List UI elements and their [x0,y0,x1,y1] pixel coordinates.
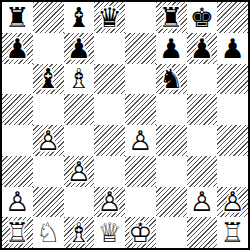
square-e5[interactable] [125,94,156,125]
square-d6[interactable] [94,64,125,95]
square-a8[interactable]: ♜♜ [2,2,33,33]
square-e7[interactable] [125,33,156,64]
square-f3[interactable] [156,156,187,187]
square-f4[interactable] [156,125,187,156]
square-b2[interactable] [33,187,64,218]
square-b5[interactable] [33,94,64,125]
square-d5[interactable] [94,94,125,125]
square-b8[interactable] [33,2,64,33]
square-a5[interactable] [2,94,33,125]
black-king[interactable]: ♚ [187,2,218,33]
square-g3[interactable] [187,156,218,187]
chess-board: ♜♜♝♝♛♛♜♜♚♚♟♟♟♟♟♟♟♟♟♟♝♝♝♗♞♞♟♙♟♙♟♙♟♙♟♙♟♙♟♙… [0,0,250,250]
square-h3[interactable] [217,156,248,187]
white-king[interactable]: ♔ [125,217,156,248]
square-c7[interactable]: ♟♟ [64,33,95,64]
square-h6[interactable] [217,64,248,95]
black-pawn[interactable]: ♟ [2,33,33,64]
square-c4[interactable] [64,125,95,156]
square-d7[interactable] [94,33,125,64]
white-bishop[interactable]: ♗ [64,217,95,248]
square-g8[interactable]: ♚♚ [187,2,218,33]
square-h7[interactable]: ♟♟ [217,33,248,64]
square-a1[interactable]: ♜♖ [2,217,33,248]
square-g4[interactable] [187,125,218,156]
square-f8[interactable]: ♜♜ [156,2,187,33]
white-knight[interactable]: ♘ [33,217,64,248]
square-f2[interactable] [156,187,187,218]
square-e2[interactable] [125,187,156,218]
square-d2[interactable]: ♟♙ [94,187,125,218]
square-f5[interactable] [156,94,187,125]
white-bishop[interactable]: ♗ [64,64,95,95]
square-e4[interactable]: ♟♙ [125,125,156,156]
square-c5[interactable] [64,94,95,125]
black-pawn[interactable]: ♟ [187,33,218,64]
white-pawn[interactable]: ♙ [94,187,125,218]
square-b7[interactable] [33,33,64,64]
square-b4[interactable]: ♟♙ [33,125,64,156]
black-bishop[interactable]: ♝ [64,2,95,33]
square-b6[interactable]: ♝♝ [33,64,64,95]
square-d8[interactable]: ♛♛ [94,2,125,33]
square-a6[interactable] [2,64,33,95]
square-c2[interactable] [64,187,95,218]
square-a4[interactable] [2,125,33,156]
black-pawn[interactable]: ♟ [64,33,95,64]
square-h4[interactable] [217,125,248,156]
white-pawn[interactable]: ♙ [2,187,33,218]
black-bishop[interactable]: ♝ [33,64,64,95]
black-rook[interactable]: ♜ [2,2,33,33]
square-a7[interactable]: ♟♟ [2,33,33,64]
black-knight[interactable]: ♞ [156,64,187,95]
square-c3[interactable]: ♟♙ [64,156,95,187]
white-pawn[interactable]: ♙ [64,156,95,187]
white-pawn[interactable]: ♙ [33,125,64,156]
white-pawn[interactable]: ♙ [125,125,156,156]
square-c8[interactable]: ♝♝ [64,2,95,33]
white-rook[interactable]: ♖ [217,217,248,248]
black-queen[interactable]: ♛ [94,2,125,33]
square-g1[interactable] [187,217,218,248]
white-pawn[interactable]: ♙ [217,187,248,218]
square-f1[interactable] [156,217,187,248]
square-d4[interactable] [94,125,125,156]
square-b3[interactable] [33,156,64,187]
square-d3[interactable] [94,156,125,187]
square-e8[interactable] [125,2,156,33]
square-h1[interactable]: ♜♖ [217,217,248,248]
black-rook[interactable]: ♜ [156,2,187,33]
square-b1[interactable]: ♞♘ [33,217,64,248]
square-e3[interactable] [125,156,156,187]
white-rook[interactable]: ♖ [2,217,33,248]
square-c6[interactable]: ♝♗ [64,64,95,95]
square-g5[interactable] [187,94,218,125]
square-e1[interactable]: ♚♔ [125,217,156,248]
square-f7[interactable]: ♟♟ [156,33,187,64]
square-c1[interactable]: ♝♗ [64,217,95,248]
black-pawn[interactable]: ♟ [217,33,248,64]
square-a2[interactable]: ♟♙ [2,187,33,218]
black-pawn[interactable]: ♟ [156,33,187,64]
square-g7[interactable]: ♟♟ [187,33,218,64]
white-pawn[interactable]: ♙ [187,187,218,218]
square-h2[interactable]: ♟♙ [217,187,248,218]
square-a3[interactable] [2,156,33,187]
square-h5[interactable] [217,94,248,125]
square-d1[interactable]: ♛♕ [94,217,125,248]
square-h8[interactable] [217,2,248,33]
square-f6[interactable]: ♞♞ [156,64,187,95]
white-queen[interactable]: ♕ [94,217,125,248]
square-g2[interactable]: ♟♙ [187,187,218,218]
square-g6[interactable] [187,64,218,95]
square-e6[interactable] [125,64,156,95]
